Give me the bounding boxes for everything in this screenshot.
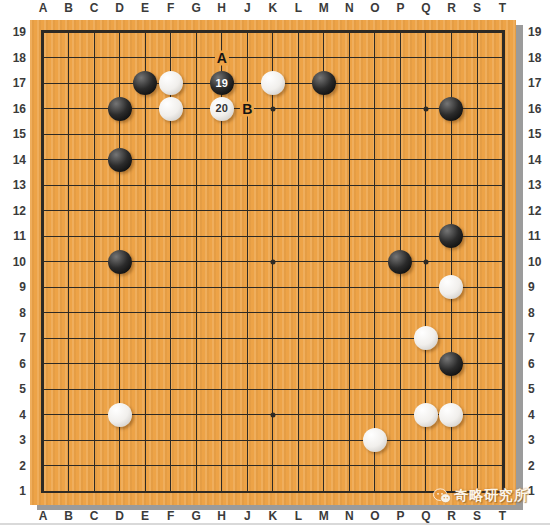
col-label-G: G xyxy=(192,509,201,523)
white-stone-Q4 xyxy=(414,403,438,427)
wechat-icon xyxy=(433,488,451,504)
row-label-7-left: 7 xyxy=(0,331,26,345)
black-stone-R16 xyxy=(439,97,463,121)
col-label-H: H xyxy=(217,1,226,15)
row-label-9-left: 9 xyxy=(0,280,26,294)
white-stone-O3 xyxy=(363,428,387,452)
row-label-7-right: 7 xyxy=(528,331,550,345)
col-label-C: C xyxy=(90,1,99,15)
col-label-E: E xyxy=(141,1,149,15)
col-label-O: O xyxy=(370,509,379,523)
col-label-T: T xyxy=(499,509,506,523)
col-label-H: H xyxy=(217,509,226,523)
row-label-8-left: 8 xyxy=(0,306,26,320)
white-stone-R9 xyxy=(439,275,463,299)
col-label-L: L xyxy=(295,1,302,15)
row-label-16-right: 16 xyxy=(528,102,550,116)
row-label-17-left: 17 xyxy=(0,76,26,90)
col-label-M: M xyxy=(319,509,329,523)
row-label-16-left: 16 xyxy=(0,102,26,116)
col-label-B: B xyxy=(64,1,73,15)
watermark: 奇略研究所 xyxy=(433,487,529,505)
black-stone-R6 xyxy=(439,352,463,376)
col-label-F: F xyxy=(167,1,174,15)
col-label-P: P xyxy=(396,509,404,523)
row-label-4-right: 4 xyxy=(528,408,550,422)
row-label-19-right: 19 xyxy=(528,25,550,39)
black-stone-D10 xyxy=(108,250,132,274)
col-label-N: N xyxy=(345,509,354,523)
col-label-F: F xyxy=(167,509,174,523)
row-label-12-left: 12 xyxy=(0,204,26,218)
white-stone-Q7 xyxy=(414,326,438,350)
black-stone-E17 xyxy=(133,71,157,95)
row-label-8-right: 8 xyxy=(528,306,550,320)
white-stone-R4 xyxy=(439,403,463,427)
white-stone-F16 xyxy=(159,97,183,121)
row-label-9-right: 9 xyxy=(528,280,550,294)
col-label-K: K xyxy=(268,509,277,523)
row-label-5-right: 5 xyxy=(528,382,550,396)
row-label-17-right: 17 xyxy=(528,76,550,90)
col-label-O: O xyxy=(370,1,379,15)
row-label-15-left: 15 xyxy=(0,127,26,141)
row-label-12-right: 12 xyxy=(528,204,550,218)
white-stone-D4 xyxy=(108,403,132,427)
row-label-6-right: 6 xyxy=(528,357,550,371)
annotation-B: B xyxy=(240,101,254,116)
black-stone-H17: 19 xyxy=(210,71,234,95)
go-board: 1920 AB xyxy=(30,20,516,505)
black-stone-P10 xyxy=(388,250,412,274)
row-label-6-left: 6 xyxy=(0,357,26,371)
row-label-13-left: 13 xyxy=(0,178,26,192)
row-label-2-right: 2 xyxy=(528,459,550,473)
col-label-R: R xyxy=(447,509,456,523)
black-stone-D14 xyxy=(108,148,132,172)
star-point-Q10 xyxy=(423,259,428,264)
row-label-3-right: 3 xyxy=(528,433,550,447)
row-label-19-left: 19 xyxy=(0,25,26,39)
white-stone-H16: 20 xyxy=(210,97,234,121)
star-point-K4 xyxy=(270,412,275,417)
annotation-A: A xyxy=(215,50,229,65)
row-label-3-left: 3 xyxy=(0,433,26,447)
row-label-18-right: 18 xyxy=(528,51,550,65)
black-stone-D16 xyxy=(108,97,132,121)
page-divider xyxy=(0,523,550,525)
col-label-Q: Q xyxy=(421,509,430,523)
col-label-R: R xyxy=(447,1,456,15)
row-label-11-right: 11 xyxy=(528,229,550,243)
col-label-Q: Q xyxy=(421,1,430,15)
watermark-text: 奇略研究所 xyxy=(454,487,529,505)
row-label-10-left: 10 xyxy=(0,255,26,269)
white-stone-F17 xyxy=(159,71,183,95)
col-label-N: N xyxy=(345,1,354,15)
col-label-G: G xyxy=(192,1,201,15)
col-label-E: E xyxy=(141,509,149,523)
col-label-S: S xyxy=(473,509,481,523)
row-label-13-right: 13 xyxy=(528,178,550,192)
row-label-5-left: 5 xyxy=(0,382,26,396)
row-label-4-left: 4 xyxy=(0,408,26,422)
black-stone-M17 xyxy=(312,71,336,95)
row-label-14-right: 14 xyxy=(528,153,550,167)
row-label-1-right: 1 xyxy=(528,484,550,498)
col-label-S: S xyxy=(473,1,481,15)
col-label-A: A xyxy=(39,1,48,15)
col-label-P: P xyxy=(396,1,404,15)
star-point-K10 xyxy=(270,259,275,264)
star-point-K16 xyxy=(270,106,275,111)
col-label-D: D xyxy=(115,509,124,523)
col-label-T: T xyxy=(499,1,506,15)
black-stone-R11 xyxy=(439,224,463,248)
row-label-11-left: 11 xyxy=(0,229,26,243)
row-label-10-right: 10 xyxy=(528,255,550,269)
star-point-Q16 xyxy=(423,106,428,111)
col-label-A: A xyxy=(39,509,48,523)
col-label-B: B xyxy=(64,509,73,523)
col-label-J: J xyxy=(244,509,251,523)
white-stone-K17 xyxy=(261,71,285,95)
col-label-D: D xyxy=(115,1,124,15)
go-diagram-screenshot: 1920 AB ABCDEFGHJKLMNOPQRST ABCDEFGHJKLM… xyxy=(0,0,550,526)
col-label-K: K xyxy=(268,1,277,15)
col-label-J: J xyxy=(244,1,251,15)
row-label-14-left: 14 xyxy=(0,153,26,167)
row-label-15-right: 15 xyxy=(528,127,550,141)
row-label-18-left: 18 xyxy=(0,51,26,65)
row-label-2-left: 2 xyxy=(0,459,26,473)
row-label-1-left: 1 xyxy=(0,484,26,498)
col-label-L: L xyxy=(295,509,302,523)
col-label-C: C xyxy=(90,509,99,523)
col-label-M: M xyxy=(319,1,329,15)
